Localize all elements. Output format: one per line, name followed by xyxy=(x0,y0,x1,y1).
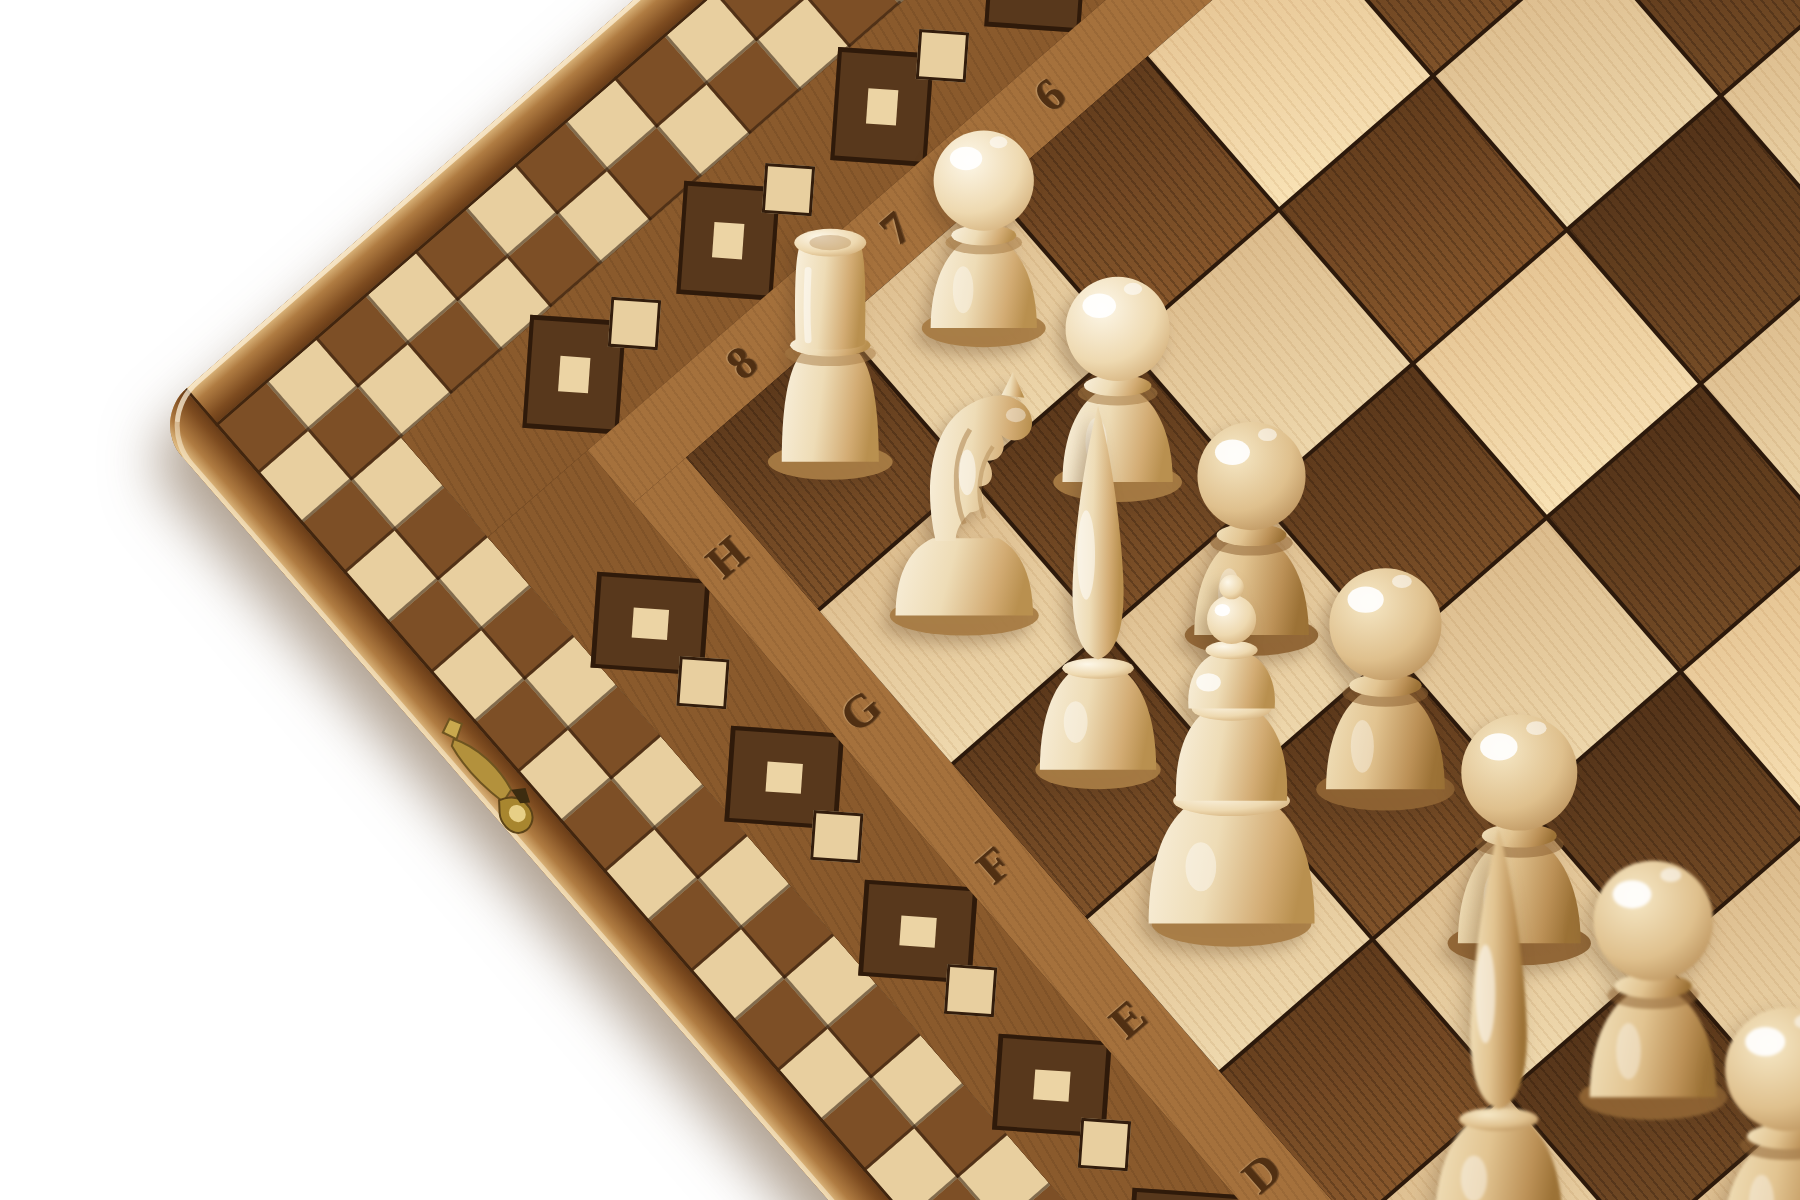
ornament-diamond-small xyxy=(916,29,969,82)
piece-white-bishop-c8[interactable] xyxy=(1408,796,1589,1200)
ornament-diamond-small xyxy=(944,964,997,1017)
piece-white-pawn-h7[interactable] xyxy=(910,98,1058,349)
ornament-diamond-large xyxy=(1126,1188,1246,1200)
piece-white-queen-e8[interactable] xyxy=(1124,521,1339,951)
ornament-diamond-core xyxy=(632,607,669,639)
ornament-diamond-core xyxy=(1033,1069,1070,1101)
ornament-diamond-small xyxy=(810,810,863,863)
chess-photo-scene: 87654321 HGFEDCBA xyxy=(0,0,1800,1200)
ornament-diamond-core xyxy=(766,761,803,793)
ornament-diamond-core xyxy=(712,222,744,259)
ornament-diamond-small xyxy=(608,297,661,350)
ornament-diamond-small xyxy=(1078,1118,1131,1171)
piece-white-pawn-b7[interactable] xyxy=(1696,967,1800,1200)
ornament-diamond-core xyxy=(899,915,936,947)
ornament-diamond-core xyxy=(866,88,898,125)
ornament-diamond-small xyxy=(676,656,729,709)
ornament-diamond-core xyxy=(558,356,590,393)
